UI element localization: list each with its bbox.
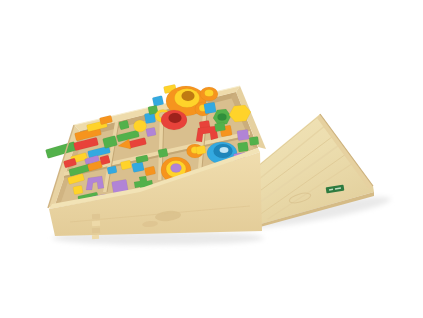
- wooden-block: [158, 148, 168, 158]
- wooden-block: [146, 127, 156, 137]
- wooden-block: [204, 102, 217, 114]
- wooden-block: [237, 142, 248, 152]
- wooden-block: [237, 129, 249, 140]
- wooden-block: [249, 136, 259, 145]
- wooden-blocks-box-scene: [0, 0, 423, 318]
- yellow-disc: [134, 120, 147, 132]
- wooden-block: [205, 90, 214, 97]
- wooden-block: [107, 166, 117, 175]
- product-photo: [0, 0, 423, 318]
- wooden-block: [182, 91, 195, 101]
- wooden-block: [169, 113, 182, 123]
- wooden-block: [171, 164, 182, 173]
- wooden-block: [144, 166, 155, 176]
- wooden-box: [45, 84, 266, 239]
- wooden-block: [120, 160, 131, 170]
- wooden-block: [196, 145, 206, 154]
- wooden-block: [220, 147, 229, 153]
- wooden-block: [73, 185, 83, 194]
- wooden-block: [152, 96, 164, 107]
- wooden-block: [218, 114, 227, 121]
- wooden-block: [214, 122, 225, 132]
